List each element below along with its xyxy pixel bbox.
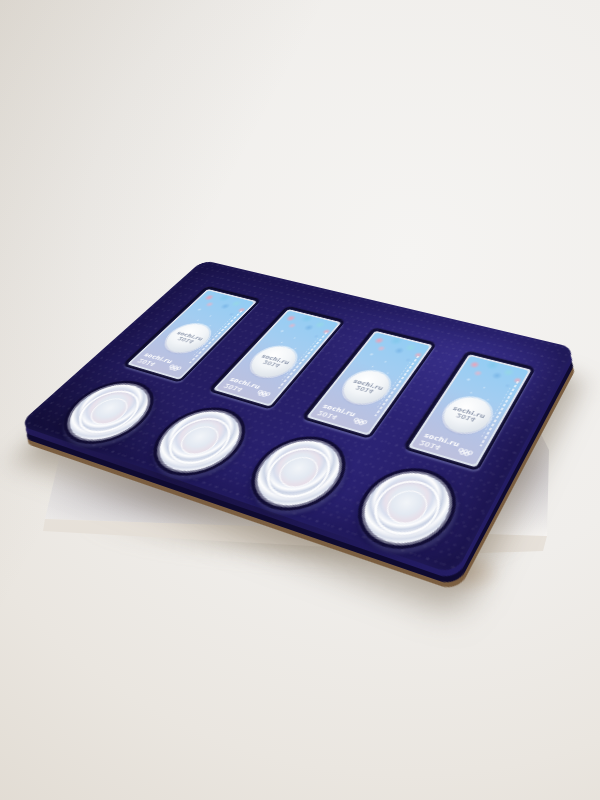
sochi-emblem: sochi.ru 2014 bbox=[317, 404, 371, 428]
sochi-emblem-text-block: sochi.ru 2014 bbox=[317, 404, 357, 423]
sochi-emblem: sochi.ru 2014 bbox=[224, 377, 275, 399]
olympic-rings-icon bbox=[167, 364, 183, 372]
photo-scene: sochi.ru 2014 sochi.ru 2014 bbox=[0, 0, 600, 800]
sochi-emblem-text-block: sochi.ru 2014 bbox=[419, 433, 461, 454]
olympic-rings-icon bbox=[352, 417, 369, 426]
olympic-rings-icon bbox=[457, 447, 474, 457]
olympic-rings-icon bbox=[256, 390, 272, 399]
sochi-emblem: sochi.ru 2014 bbox=[138, 352, 186, 372]
sochi-emblem: sochi.ru 2014 bbox=[419, 433, 476, 459]
